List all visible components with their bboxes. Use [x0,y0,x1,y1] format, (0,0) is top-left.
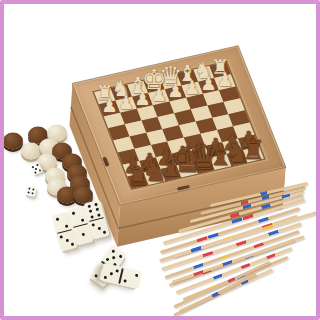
product-photo: ♜♞♝♚♛♝♞♜♟♟♟♟♟♟♟♟♟♟♟♟♟♟♟♟♜♞♝♚♛♝♞♜ [0,0,320,320]
chess-board [94,62,264,189]
board-square [243,147,264,163]
